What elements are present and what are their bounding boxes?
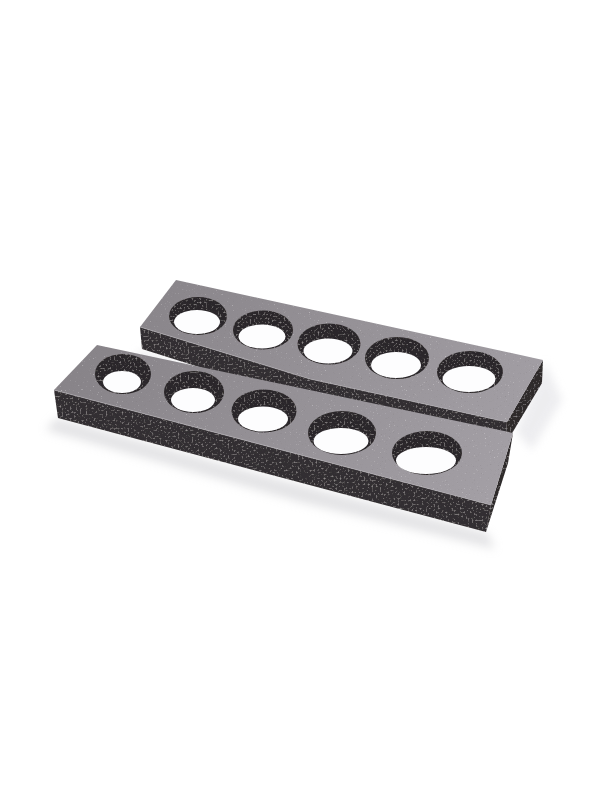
hole-floor	[371, 352, 421, 378]
hole-floor	[103, 371, 141, 393]
hole-floor	[304, 339, 353, 364]
foam-trays-photo	[0, 0, 600, 800]
hole-floor	[239, 325, 286, 349]
hole-floor	[443, 366, 496, 392]
hole-floor	[174, 310, 220, 334]
hole-floor	[238, 407, 288, 432]
product-photo	[0, 0, 600, 800]
hole-floor	[171, 388, 215, 412]
hole-floor	[314, 428, 369, 454]
hole-floor	[396, 447, 456, 474]
